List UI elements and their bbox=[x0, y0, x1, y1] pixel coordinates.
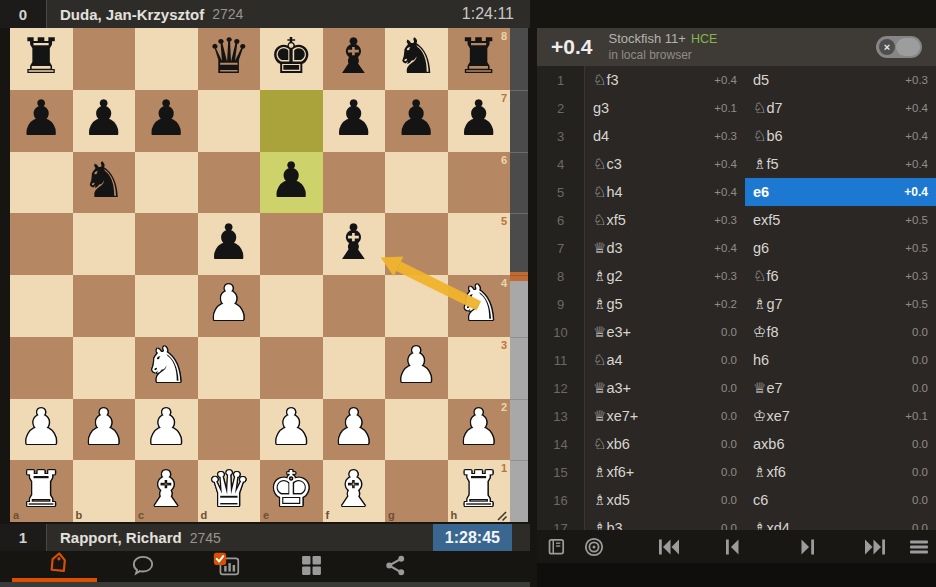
move-row: 3d4+0.3♘b6+0.4 bbox=[537, 122, 936, 150]
board-square[interactable] bbox=[260, 90, 323, 152]
move-row: 7♕d3+0.4g6+0.5 bbox=[537, 234, 936, 262]
black-move-san: ♗xf6 bbox=[753, 463, 786, 481]
top-player-rating: 2724 bbox=[212, 6, 243, 22]
piece-letter-glyph: ♗ bbox=[593, 295, 606, 313]
black-move-eval: 0.0 bbox=[912, 466, 928, 478]
white-move-eval: +0.3 bbox=[714, 270, 737, 282]
eval-gauge-tick bbox=[510, 272, 528, 281]
white-move-san: ♕e3+ bbox=[593, 323, 631, 341]
white-move-san: d4 bbox=[593, 128, 609, 144]
board-square[interactable]: ♟ bbox=[198, 275, 261, 337]
bottom-player-clock: 1:28:45 bbox=[433, 524, 512, 551]
piece-letter-glyph: ♕ bbox=[753, 379, 766, 397]
move-number: 1 bbox=[537, 66, 585, 94]
step-forward-icon bbox=[799, 538, 817, 556]
rank-coordinate: 6 bbox=[501, 154, 507, 166]
playback-controls bbox=[537, 530, 936, 563]
book-icon bbox=[546, 537, 567, 557]
chess-piece[interactable]: ♟ bbox=[269, 156, 313, 205]
go-to-end-button[interactable] bbox=[863, 538, 887, 556]
chess-piece[interactable]: ♞ bbox=[144, 341, 188, 390]
board-square[interactable]: ♟ bbox=[260, 399, 323, 461]
board-square[interactable] bbox=[260, 275, 323, 337]
black-move-eval: 0.0 bbox=[912, 438, 928, 450]
chess-piece[interactable]: ♚ bbox=[269, 32, 313, 81]
white-move-san: ♗xf6+ bbox=[593, 463, 634, 481]
black-move-cell[interactable]: c60.0 bbox=[745, 486, 936, 514]
white-move-cell[interactable]: ♗g2+0.3 bbox=[585, 262, 745, 290]
black-move-cell[interactable]: d5+0.3 bbox=[745, 66, 936, 94]
black-move-eval: 0.0 bbox=[912, 354, 928, 366]
move-number: 17 bbox=[537, 514, 585, 530]
board-square[interactable]: ♝c bbox=[135, 460, 198, 522]
move-row: 2g3+0.1♘d7+0.4 bbox=[537, 94, 936, 122]
board-square[interactable]: ♟7 bbox=[448, 90, 511, 152]
board-square[interactable]: ♛ bbox=[198, 28, 261, 90]
piece-letter-glyph: ♘ bbox=[753, 127, 766, 145]
piece-letter-glyph: ♗ bbox=[753, 295, 766, 313]
board-square[interactable] bbox=[385, 152, 448, 214]
board-square[interactable]: ♟ bbox=[323, 399, 386, 461]
black-move-san: ♗f5 bbox=[753, 155, 779, 173]
black-move-eval: +0.5 bbox=[905, 242, 928, 254]
engine-subtitle: in local browser bbox=[608, 48, 717, 63]
white-move-eval: +0.4 bbox=[714, 186, 737, 198]
white-move-cell[interactable]: ♘xb60.0 bbox=[585, 430, 745, 458]
piece-letter-glyph: ♗ bbox=[753, 519, 766, 530]
black-move-cell[interactable]: h60.0 bbox=[745, 346, 936, 374]
white-move-cell[interactable]: ♘c3+0.4 bbox=[585, 150, 745, 178]
tag-icon bbox=[46, 552, 72, 578]
tab-tags[interactable] bbox=[44, 553, 74, 577]
black-move-san: h6 bbox=[753, 352, 769, 368]
tab-chat[interactable] bbox=[128, 553, 158, 577]
engine-name: Stockfish 11+ bbox=[608, 31, 685, 46]
top-player-name: Duda, Jan-Krzysztof bbox=[60, 6, 204, 23]
black-move-cell[interactable]: axb60.0 bbox=[745, 430, 936, 458]
piece-letter-glyph: ♔ bbox=[753, 407, 766, 425]
file-coordinate: d bbox=[201, 509, 208, 521]
white-move-cell[interactable]: ♕e3+0.0 bbox=[585, 318, 745, 346]
chess-piece[interactable]: ♟ bbox=[207, 279, 251, 328]
engine-name-line: Stockfish 11+HCE bbox=[608, 31, 717, 48]
board-square[interactable]: ♟ bbox=[260, 152, 323, 214]
chess-piece[interactable]: ♝ bbox=[332, 32, 376, 81]
black-move-cell[interactable]: ♕e70.0 bbox=[745, 374, 936, 402]
file-coordinate: c bbox=[138, 509, 144, 521]
menu-icon bbox=[909, 538, 929, 556]
board-square[interactable] bbox=[135, 28, 198, 90]
rank-coordinate: 2 bbox=[501, 401, 507, 413]
board-square[interactable] bbox=[198, 90, 261, 152]
white-move-cell[interactable]: g3+0.1 bbox=[585, 94, 745, 122]
black-move-san: ♔xe7 bbox=[753, 407, 790, 425]
board-square[interactable]: ♟ bbox=[10, 90, 73, 152]
white-move-eval: +0.3 bbox=[714, 214, 737, 226]
move-number: 9 bbox=[537, 290, 585, 318]
rank-coordinate: 5 bbox=[501, 215, 507, 227]
chess-piece[interactable]: ♟ bbox=[82, 403, 126, 452]
white-move-eval: +0.1 bbox=[714, 102, 737, 114]
analysis-panel: +0.4 Stockfish 11+HCE in local browser ×… bbox=[537, 0, 936, 587]
board-square[interactable]: ♟ bbox=[198, 213, 261, 275]
black-move-cell[interactable]: ♔xe7+0.1 bbox=[745, 402, 936, 430]
black-move-san: ♕e7 bbox=[753, 379, 783, 397]
chess-piece[interactable]: ♟ bbox=[394, 341, 438, 390]
board-square[interactable]: ♝ bbox=[323, 213, 386, 275]
tab-analysis[interactable] bbox=[212, 553, 242, 577]
white-move-san: ♘xb6 bbox=[593, 435, 630, 453]
rank-coordinate: 7 bbox=[501, 92, 507, 104]
chess-piece[interactable]: ♝ bbox=[332, 218, 376, 267]
chess-piece[interactable]: ♚ bbox=[269, 465, 313, 514]
white-move-san: ♕xe7+ bbox=[593, 407, 638, 425]
black-move-cell[interactable]: e6+0.4 bbox=[745, 178, 936, 206]
board-square[interactable]: b bbox=[73, 460, 136, 522]
engine-eval: +0.4 bbox=[551, 35, 592, 59]
black-move-eval: +0.4 bbox=[905, 158, 928, 170]
file-coordinate: b bbox=[76, 509, 83, 521]
chess-piece[interactable]: ♞ bbox=[457, 279, 501, 328]
white-move-san: ♕a3+ bbox=[593, 379, 631, 397]
white-move-cell[interactable]: ♗xd50.0 bbox=[585, 486, 745, 514]
chess-piece[interactable]: ♜ bbox=[457, 465, 501, 514]
board-square[interactable] bbox=[198, 337, 261, 399]
black-move-eval: +0.4 bbox=[905, 102, 928, 114]
white-move-eval: +0.3 bbox=[714, 130, 737, 142]
white-move-cell[interactable]: ♗b30.0 bbox=[585, 514, 745, 530]
black-move-cell[interactable]: ♗g7+0.5 bbox=[745, 290, 936, 318]
next-move-button[interactable] bbox=[799, 538, 817, 556]
white-move-eval: 0.0 bbox=[721, 382, 737, 394]
board-square[interactable] bbox=[198, 152, 261, 214]
white-move-eval: 0.0 bbox=[721, 438, 737, 450]
engine-hce-badge: HCE bbox=[691, 32, 717, 46]
bottom-player-bar: 1 Rapport, Richard 2745 1:28:45 bbox=[0, 524, 530, 551]
board-square[interactable] bbox=[73, 213, 136, 275]
top-player-bar: 0 Duda, Jan-Krzysztof 2724 1:24:11 bbox=[0, 0, 530, 28]
chess-piece[interactable]: ♜ bbox=[19, 465, 63, 514]
chess-piece[interactable]: ♟ bbox=[394, 94, 438, 143]
board-square[interactable] bbox=[10, 275, 73, 337]
board-square[interactable] bbox=[10, 213, 73, 275]
chess-piece[interactable]: ♟ bbox=[19, 403, 63, 452]
rank-coordinate: 3 bbox=[501, 339, 507, 351]
bottom-player-rating: 2745 bbox=[190, 530, 221, 546]
board-square[interactable] bbox=[73, 28, 136, 90]
board-square[interactable]: ♟ bbox=[10, 399, 73, 461]
board-square[interactable] bbox=[323, 337, 386, 399]
target-icon bbox=[583, 536, 605, 558]
gauge-tick-line bbox=[510, 337, 528, 338]
chess-piece[interactable]: ♟ bbox=[332, 94, 376, 143]
black-move-eval: +0.5 bbox=[905, 214, 928, 226]
board-square[interactable] bbox=[323, 275, 386, 337]
black-move-cell[interactable]: ♗xf60.0 bbox=[745, 458, 936, 486]
white-move-eval: 0.0 bbox=[721, 354, 737, 366]
white-move-eval: +0.4 bbox=[714, 74, 737, 86]
piece-letter-glyph: ♘ bbox=[593, 183, 606, 201]
board-square[interactable]: ♟ bbox=[385, 90, 448, 152]
board-square[interactable]: ♝ bbox=[323, 28, 386, 90]
black-move-san: exf5 bbox=[753, 212, 780, 228]
black-move-cell[interactable]: exf5+0.5 bbox=[745, 206, 936, 234]
chess-piece[interactable]: ♟ bbox=[144, 94, 188, 143]
move-row: 13♕xe7+0.0♔xe7+0.1 bbox=[537, 402, 936, 430]
black-move-cell[interactable]: ♔f80.0 bbox=[745, 318, 936, 346]
bottom-player-score: 1 bbox=[0, 524, 47, 551]
bottom-tab-bar bbox=[0, 551, 440, 579]
move-number: 16 bbox=[537, 486, 585, 514]
white-move-eval: 0.0 bbox=[721, 326, 737, 338]
file-coordinate: e bbox=[263, 509, 269, 521]
board-square[interactable] bbox=[260, 213, 323, 275]
chess-piece[interactable]: ♝ bbox=[332, 465, 376, 514]
piece-letter-glyph: ♗ bbox=[753, 463, 766, 481]
engine-toggle[interactable]: × bbox=[876, 36, 922, 58]
chat-icon bbox=[131, 553, 155, 577]
black-move-eval: 0.0 bbox=[912, 382, 928, 394]
move-row: 4♘c3+0.4♗f5+0.4 bbox=[537, 150, 936, 178]
piece-letter-glyph: ♔ bbox=[753, 323, 766, 341]
black-move-eval: 0.0 bbox=[912, 522, 928, 530]
chess-piece[interactable]: ♟ bbox=[82, 94, 126, 143]
piece-letter-glyph: ♗ bbox=[593, 491, 606, 509]
board-square[interactable]: g bbox=[385, 460, 448, 522]
move-number: 14 bbox=[537, 430, 585, 458]
tab-boards[interactable] bbox=[296, 553, 326, 577]
chess-piece[interactable]: ♜ bbox=[19, 32, 63, 81]
go-to-start-button[interactable] bbox=[657, 538, 681, 556]
board-square[interactable] bbox=[73, 275, 136, 337]
board-square[interactable]: ♜8 bbox=[448, 28, 511, 90]
step-back-icon bbox=[723, 538, 741, 556]
move-number: 5 bbox=[537, 178, 585, 206]
grid-icon bbox=[300, 554, 323, 577]
chess-piece[interactable]: ♛ bbox=[207, 465, 251, 514]
white-move-cell[interactable]: ♘a40.0 bbox=[585, 346, 745, 374]
toggle-x-icon: × bbox=[879, 39, 895, 55]
board-square[interactable]: ♜ bbox=[10, 28, 73, 90]
board-square[interactable] bbox=[385, 275, 448, 337]
piece-letter-glyph: ♗ bbox=[753, 155, 766, 173]
chess-piece[interactable]: ♟ bbox=[457, 94, 501, 143]
move-row: 16♗xd50.0c60.0 bbox=[537, 486, 936, 514]
board-square[interactable]: 3 bbox=[448, 337, 511, 399]
move-row: 9♗g5+0.2♗g7+0.5 bbox=[537, 290, 936, 318]
board-square[interactable]: 6 bbox=[448, 152, 511, 214]
gauge-tick-line bbox=[510, 460, 528, 461]
black-move-cell[interactable]: ♗xd40.0 bbox=[745, 514, 936, 530]
chess-piece[interactable]: ♟ bbox=[332, 403, 376, 452]
board-square[interactable]: ♞ bbox=[73, 152, 136, 214]
board-square[interactable]: ♜a bbox=[10, 460, 73, 522]
board-square[interactable]: ♟ bbox=[135, 399, 198, 461]
board-square[interactable]: ♞ bbox=[135, 337, 198, 399]
black-move-eval: +0.1 bbox=[905, 410, 928, 422]
move-number: 2 bbox=[537, 94, 585, 122]
white-move-san: ♘h4 bbox=[593, 183, 623, 201]
chart-check-icon bbox=[212, 551, 242, 579]
black-move-san: d5 bbox=[753, 72, 769, 88]
rank-coordinate: 1 bbox=[501, 462, 507, 474]
move-row: 1♘f3+0.4d5+0.3 bbox=[537, 66, 936, 94]
white-move-cell[interactable]: ♗g5+0.2 bbox=[585, 290, 745, 318]
white-move-eval: +0.4 bbox=[714, 242, 737, 254]
piece-letter-glyph: ♕ bbox=[593, 239, 606, 257]
move-row: 5♘h4+0.4e6+0.4 bbox=[537, 178, 936, 206]
gauge-tick-line bbox=[510, 90, 528, 91]
panel-footer bbox=[537, 563, 936, 587]
move-number: 11 bbox=[537, 346, 585, 374]
chess-piece[interactable]: ♟ bbox=[207, 218, 251, 267]
move-row: 6♘xf5+0.3exf5+0.5 bbox=[537, 206, 936, 234]
board-square[interactable]: ♟2 bbox=[448, 399, 511, 461]
move-number: 6 bbox=[537, 206, 585, 234]
white-move-cell[interactable]: ♕a3+0.0 bbox=[585, 374, 745, 402]
chess-analysis-app: 0 Duda, Jan-Krzysztof 2724 1:24:11 ♜♛♚♝♞… bbox=[0, 0, 936, 587]
board-square[interactable] bbox=[135, 275, 198, 337]
white-move-san: ♘xf5 bbox=[593, 211, 626, 229]
white-move-san: ♗b3 bbox=[593, 519, 623, 530]
white-move-eval: +0.2 bbox=[714, 298, 737, 310]
piece-letter-glyph: ♘ bbox=[593, 351, 606, 369]
board-square[interactable] bbox=[10, 337, 73, 399]
chess-piece[interactable]: ♟ bbox=[457, 403, 501, 452]
board-square[interactable]: ♝f bbox=[323, 460, 386, 522]
black-move-cell[interactable]: ♘d7+0.4 bbox=[745, 94, 936, 122]
engine-header: +0.4 Stockfish 11+HCE in local browser × bbox=[537, 28, 936, 66]
piece-letter-glyph: ♘ bbox=[593, 71, 606, 89]
move-list[interactable]: 1♘f3+0.4d5+0.32g3+0.1♘d7+0.43d4+0.3♘b6+0… bbox=[537, 66, 936, 530]
black-move-eval: +0.5 bbox=[905, 298, 928, 310]
chess-piece[interactable]: ♞ bbox=[394, 32, 438, 81]
board-square[interactable]: ♞4 bbox=[448, 275, 511, 337]
move-row: 8♗g2+0.3♘f6+0.3 bbox=[537, 262, 936, 290]
board-square[interactable] bbox=[198, 399, 261, 461]
menu-button[interactable] bbox=[909, 538, 929, 556]
black-move-cell[interactable]: g6+0.5 bbox=[745, 234, 936, 262]
move-row: 10♕e3+0.0♔f80.0 bbox=[537, 318, 936, 346]
board-square[interactable]: ♟ bbox=[73, 399, 136, 461]
piece-letter-glyph: ♗ bbox=[593, 267, 606, 285]
chess-piece[interactable]: ♝ bbox=[144, 465, 188, 514]
board-square[interactable] bbox=[323, 152, 386, 214]
top-player-clock: 1:24:11 bbox=[446, 0, 530, 28]
black-move-san: e6 bbox=[753, 184, 769, 200]
white-move-cell[interactable]: ♘f3+0.4 bbox=[585, 66, 745, 94]
white-move-cell[interactable]: d4+0.3 bbox=[585, 122, 745, 150]
board-square[interactable]: ♟ bbox=[323, 90, 386, 152]
piece-letter-glyph: ♘ bbox=[593, 435, 606, 453]
black-move-san: ♔f8 bbox=[753, 323, 779, 341]
board-square[interactable]: ♜1h bbox=[448, 460, 511, 522]
chess-piece[interactable]: ♞ bbox=[82, 156, 126, 205]
chess-piece[interactable]: ♛ bbox=[207, 32, 251, 81]
white-move-san: ♗xd5 bbox=[593, 491, 630, 509]
black-move-san: ♗xd4 bbox=[753, 519, 790, 530]
previous-move-button[interactable] bbox=[723, 538, 741, 556]
rank-coordinate: 8 bbox=[501, 30, 507, 42]
move-row: 14♘xb60.0axb60.0 bbox=[537, 430, 936, 458]
white-move-san: ♕d3 bbox=[593, 239, 623, 257]
board-square[interactable]: 5 bbox=[448, 213, 511, 275]
white-move-eval: 0.0 bbox=[721, 522, 737, 530]
black-move-cell[interactable]: ♘f6+0.3 bbox=[745, 262, 936, 290]
piece-letter-glyph: ♘ bbox=[753, 267, 766, 285]
board-square[interactable]: ♚ bbox=[260, 28, 323, 90]
board-square[interactable] bbox=[10, 152, 73, 214]
black-move-san: ♘d7 bbox=[753, 99, 783, 117]
board-square[interactable] bbox=[73, 337, 136, 399]
black-move-cell[interactable]: ♘b6+0.4 bbox=[745, 122, 936, 150]
practice-button[interactable] bbox=[583, 536, 605, 558]
opening-book-button[interactable] bbox=[546, 537, 567, 557]
board-square[interactable]: ♞ bbox=[385, 28, 448, 90]
skip-first-icon bbox=[657, 538, 681, 556]
board-square[interactable] bbox=[135, 152, 198, 214]
tab-indicator-track bbox=[0, 582, 530, 587]
board-square[interactable] bbox=[260, 337, 323, 399]
chess-piece[interactable]: ♜ bbox=[457, 32, 501, 81]
chess-piece[interactable]: ♟ bbox=[269, 403, 313, 452]
black-move-san: ♘b6 bbox=[753, 127, 783, 145]
piece-letter-glyph: ♗ bbox=[593, 519, 606, 530]
board-square[interactable] bbox=[135, 213, 198, 275]
move-number: 12 bbox=[537, 374, 585, 402]
white-move-san: ♘a4 bbox=[593, 351, 623, 369]
board-square[interactable]: ♟ bbox=[385, 337, 448, 399]
move-row: 11♘a40.0h60.0 bbox=[537, 346, 936, 374]
chess-piece[interactable]: ♟ bbox=[19, 94, 63, 143]
black-move-eval: +0.3 bbox=[905, 74, 928, 86]
white-move-cell[interactable]: ♗xf6+0.0 bbox=[585, 458, 745, 486]
move-number: 7 bbox=[537, 234, 585, 262]
tab-share[interactable] bbox=[380, 553, 410, 577]
chess-piece[interactable]: ♟ bbox=[144, 403, 188, 452]
board-square[interactable]: ♟ bbox=[135, 90, 198, 152]
rank-coordinate: 4 bbox=[501, 277, 507, 289]
file-coordinate: f bbox=[326, 509, 330, 521]
move-row: 12♕a3+0.0♕e70.0 bbox=[537, 374, 936, 402]
top-player-score: 0 bbox=[0, 0, 47, 28]
active-tab-underline bbox=[12, 578, 97, 582]
move-row: 17♗b30.0♗xd40.0 bbox=[537, 514, 936, 530]
move-number: 15 bbox=[537, 458, 585, 486]
white-move-eval: 0.0 bbox=[721, 494, 737, 506]
gauge-tick-line bbox=[510, 275, 528, 276]
piece-letter-glyph: ♕ bbox=[593, 407, 606, 425]
board-square[interactable] bbox=[385, 213, 448, 275]
toggle-knob bbox=[896, 38, 920, 56]
white-move-cell[interactable]: ♕xe7+0.0 bbox=[585, 402, 745, 430]
white-move-cell[interactable]: ♘h4+0.4 bbox=[585, 178, 745, 206]
board-square[interactable]: ♚e bbox=[260, 460, 323, 522]
bottom-player-name: Rapport, Richard bbox=[60, 529, 182, 546]
black-move-cell[interactable]: ♗f5+0.4 bbox=[745, 150, 936, 178]
board-square[interactable]: ♟ bbox=[73, 90, 136, 152]
white-move-cell[interactable]: ♕d3+0.4 bbox=[585, 234, 745, 262]
piece-letter-glyph: ♗ bbox=[593, 463, 606, 481]
white-move-cell[interactable]: ♘xf5+0.3 bbox=[585, 206, 745, 234]
chess-board[interactable]: ♜♛♚♝♞♜8♟♟♟♟♟♟7♞♟6♟♝5♟♞4♞♟3♟♟♟♟♟♟2♜ab♝c♛d… bbox=[10, 28, 510, 522]
board-square[interactable] bbox=[385, 399, 448, 461]
black-move-san: ♘f6 bbox=[753, 267, 779, 285]
board-square[interactable]: ♛d bbox=[198, 460, 261, 522]
black-move-san: c6 bbox=[753, 492, 768, 508]
share-icon bbox=[384, 554, 407, 577]
white-move-san: ♘f3 bbox=[593, 71, 619, 89]
